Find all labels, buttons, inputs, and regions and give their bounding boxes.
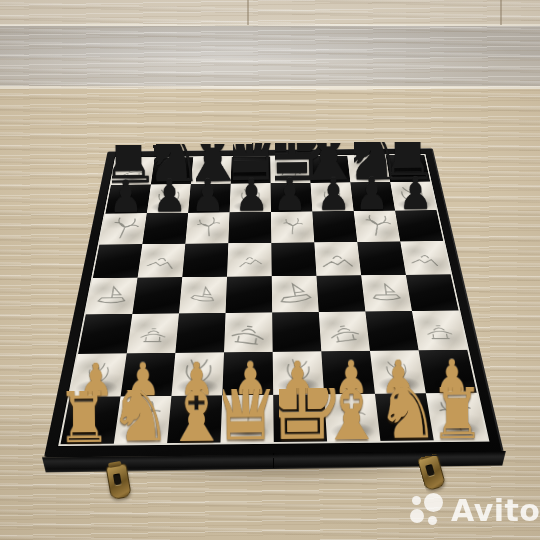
- inlay-drawing-icon: [321, 313, 368, 350]
- square-f1[interactable]: [324, 394, 380, 442]
- square-c4[interactable]: [179, 277, 227, 314]
- square-a6[interactable]: [99, 213, 146, 244]
- square-d3[interactable]: [224, 312, 273, 352]
- inlay-drawing-icon: [135, 319, 172, 347]
- square-b6[interactable]: [142, 213, 188, 244]
- square-b2[interactable]: [121, 353, 176, 397]
- square-c6[interactable]: [185, 212, 229, 243]
- square-g1[interactable]: [375, 393, 434, 441]
- avito-logo-icon: [407, 492, 445, 529]
- photo-scene: ♜♞♝♛♚♝♞♜♟♟♟♟♟♟♟♟♟♟♟♟♟♟♟♟♜♞♝♛♚♝♞♜ Avito: [0, 0, 540, 540]
- inlay-drawing-icon: [233, 186, 267, 210]
- inlay-drawing-icon: [189, 213, 227, 242]
- square-b7[interactable]: [147, 184, 191, 213]
- square-e7[interactable]: [271, 183, 313, 212]
- chess-board: ♜♞♝♛♚♝♞♜♟♟♟♟♟♟♟♟♟♟♟♟♟♟♟♟♜♞♝♛♚♝♞♜: [44, 148, 504, 457]
- inlay-drawing-icon: [224, 312, 273, 352]
- square-c1[interactable]: [167, 395, 222, 443]
- inlay-drawing-icon: [118, 396, 169, 444]
- board-grid: [60, 155, 487, 444]
- square-h6[interactable]: [395, 210, 443, 241]
- square-a4[interactable]: [86, 278, 138, 315]
- square-h7[interactable]: [390, 182, 436, 211]
- square-e3[interactable]: [272, 312, 321, 352]
- square-f2[interactable]: [321, 351, 375, 394]
- inlay-drawing-icon: [225, 399, 268, 438]
- square-d8[interactable]: [231, 157, 271, 184]
- square-d2[interactable]: [222, 352, 273, 396]
- square-f7[interactable]: [310, 182, 353, 211]
- square-g6[interactable]: [354, 211, 401, 242]
- square-a1[interactable]: [60, 396, 120, 444]
- inlay-drawing-icon: [272, 276, 319, 313]
- square-h8[interactable]: [386, 155, 430, 182]
- inlay-drawing-icon: [232, 246, 267, 273]
- square-b5[interactable]: [138, 244, 186, 278]
- square-f8[interactable]: [309, 156, 351, 183]
- inlay-drawing-icon: [351, 158, 385, 180]
- square-a8[interactable]: [111, 158, 155, 185]
- square-d6[interactable]: [228, 212, 271, 243]
- square-d5[interactable]: [227, 243, 272, 277]
- square-b3[interactable]: [127, 313, 179, 353]
- inlay-drawing-icon: [149, 184, 189, 213]
- square-f3[interactable]: [319, 311, 370, 351]
- square-d7[interactable]: [230, 183, 271, 212]
- square-h1[interactable]: [426, 393, 487, 441]
- inlay-drawing-icon: [316, 185, 348, 208]
- inlay-drawing-icon: [376, 354, 420, 389]
- square-c8[interactable]: [191, 157, 232, 184]
- inlay-drawing-icon: [140, 245, 184, 276]
- square-h5[interactable]: [400, 241, 450, 275]
- square-a2[interactable]: [70, 353, 127, 397]
- inlay-drawing-icon: [91, 281, 133, 311]
- inlay-drawing-icon: [331, 398, 371, 436]
- square-b1[interactable]: [114, 396, 172, 444]
- board-fold-seam: [273, 453, 274, 468]
- square-f6[interactable]: [312, 211, 357, 242]
- square-g4[interactable]: [361, 275, 412, 312]
- square-e2[interactable]: [273, 351, 324, 395]
- square-b4[interactable]: [132, 277, 182, 314]
- watermark: Avito: [407, 492, 540, 529]
- square-e6[interactable]: [271, 211, 314, 242]
- square-e1[interactable]: [273, 394, 327, 442]
- square-c7[interactable]: [188, 184, 231, 213]
- inlay-drawing-icon: [406, 242, 443, 273]
- square-d4[interactable]: [226, 276, 273, 313]
- inlay-drawing-icon: [275, 353, 320, 393]
- square-a3[interactable]: [78, 314, 132, 354]
- square-f4[interactable]: [316, 275, 365, 312]
- square-c5[interactable]: [182, 243, 228, 277]
- square-e8[interactable]: [270, 156, 310, 183]
- square-a5[interactable]: [93, 244, 143, 278]
- inlay-drawing-icon: [356, 211, 397, 242]
- square-c3[interactable]: [175, 313, 225, 353]
- square-h4[interactable]: [406, 274, 459, 311]
- square-h2[interactable]: [419, 350, 477, 393]
- inlay-drawing-icon: [184, 280, 223, 309]
- inlay-drawing-icon: [366, 278, 408, 308]
- square-g5[interactable]: [357, 241, 406, 275]
- inlay-drawing-icon: [174, 354, 223, 394]
- inlay-drawing-icon: [99, 213, 146, 244]
- square-e5[interactable]: [271, 242, 316, 276]
- board-assembly: ♜♞♝♛♚♝♞♜♟♟♟♟♟♟♟♟♟♟♟♟♟♟♟♟♜♞♝♛♚♝♞♜: [0, 0, 540, 540]
- square-c2[interactable]: [171, 352, 224, 396]
- inlay-drawing-icon: [81, 357, 117, 392]
- square-g2[interactable]: [370, 350, 426, 393]
- inlay-drawing-icon: [426, 393, 487, 441]
- square-g3[interactable]: [365, 311, 418, 351]
- inlay-drawing-icon: [192, 158, 230, 183]
- inlay-drawing-icon: [390, 182, 436, 211]
- inlay-drawing-icon: [272, 157, 308, 182]
- square-a7[interactable]: [105, 184, 150, 213]
- square-e4[interactable]: [272, 276, 319, 313]
- square-g8[interactable]: [347, 155, 390, 182]
- square-d1[interactable]: [220, 395, 273, 443]
- square-b8[interactable]: [151, 157, 193, 184]
- square-f5[interactable]: [314, 242, 361, 276]
- inlay-drawing-icon: [420, 316, 459, 344]
- square-h3[interactable]: [412, 310, 467, 350]
- inlay-drawing-icon: [277, 216, 308, 238]
- square-g7[interactable]: [350, 182, 395, 211]
- inlay-drawing-icon: [316, 243, 359, 274]
- inlay-drawing-icon: [119, 160, 148, 182]
- watermark-text: Avito: [451, 493, 540, 528]
